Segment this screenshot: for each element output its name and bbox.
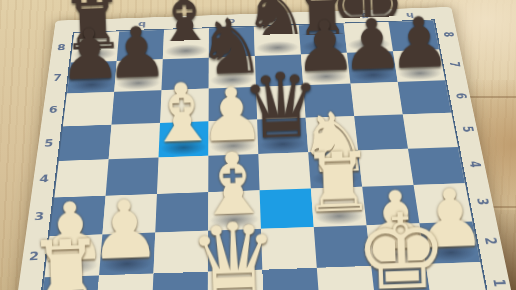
square-h3[interactable] — [414, 183, 473, 223]
square-b1[interactable] — [95, 274, 153, 290]
square-b5[interactable] — [109, 123, 160, 159]
square-b3[interactable] — [102, 194, 157, 234]
square-g4[interactable] — [358, 149, 413, 187]
rank-label-left-1: 1 — [14, 277, 43, 290]
square-d5[interactable]: ♟ — [208, 120, 258, 156]
square-e5[interactable]: ♛ — [257, 118, 308, 154]
piece-shadow — [210, 210, 259, 229]
square-e4[interactable] — [258, 152, 311, 190]
square-c5[interactable]: ♝ — [159, 121, 209, 157]
piece-shadow — [312, 169, 360, 187]
piece-shadow — [210, 137, 256, 154]
piece-shadow — [397, 65, 443, 80]
square-g3[interactable] — [362, 185, 419, 225]
piece-shadow — [260, 136, 306, 153]
square-a4[interactable] — [54, 159, 108, 197]
square-c7[interactable] — [161, 58, 208, 91]
square-g7[interactable]: ♟ — [347, 51, 398, 83]
piece-shadow — [69, 77, 114, 92]
piece-shadow — [101, 254, 152, 274]
square-e6[interactable] — [256, 85, 306, 119]
square-d8[interactable] — [209, 27, 255, 58]
piece-shadow — [302, 39, 345, 54]
square-d7[interactable]: ♞ — [209, 56, 256, 89]
square-b4[interactable] — [106, 157, 159, 195]
square-h8[interactable] — [389, 20, 440, 51]
square-e8[interactable]: ♞ — [254, 25, 301, 56]
square-c3[interactable] — [155, 192, 208, 232]
piece-shadow — [304, 69, 348, 84]
square-h5[interactable] — [403, 113, 458, 149]
square-d3[interactable]: ♝ — [208, 190, 261, 230]
square-f3[interactable]: ♜ — [311, 187, 367, 227]
piece-shadow — [161, 139, 207, 156]
square-c4[interactable] — [157, 156, 208, 194]
square-a3[interactable] — [50, 196, 106, 237]
board-tilt-wrapper: ♜♝♞♜♚♟♟♞♟♟♟♝♟♛♞♝♜♟♟♟♟♜♛♚ 887766554433221… — [0, 0, 516, 290]
square-b6[interactable] — [111, 90, 161, 124]
piece-shadow — [211, 72, 254, 87]
piece-shadow — [165, 43, 207, 58]
square-b7[interactable]: ♟ — [114, 59, 163, 92]
square-c6[interactable] — [160, 89, 209, 123]
piece-shadow — [425, 242, 478, 262]
square-f5[interactable] — [306, 116, 358, 152]
piece-shadow — [376, 286, 430, 290]
chess-app-screenshot: ♜♝♞♜♚♟♟♞♟♟♟♝♟♛♞♝♜♟♟♟♟♜♛♚ 887766554433221… — [0, 0, 516, 290]
board-grid: ♜♝♞♜♚♟♟♞♟♟♟♝♟♛♞♝♜♟♟♟♟♜♛♚ — [37, 19, 491, 290]
square-a8[interactable]: ♜ — [71, 31, 119, 62]
square-a6[interactable] — [63, 92, 114, 126]
square-c1[interactable] — [152, 272, 208, 290]
piece-shadow — [47, 256, 99, 276]
square-e3[interactable] — [260, 189, 314, 229]
square-d6[interactable] — [209, 87, 258, 121]
square-h1[interactable] — [426, 262, 489, 290]
square-f7[interactable]: ♟ — [301, 53, 351, 85]
square-a5[interactable] — [59, 125, 112, 161]
square-g1[interactable]: ♚ — [371, 264, 432, 290]
square-f8[interactable]: ♜ — [299, 24, 347, 55]
square-c8[interactable]: ♝ — [163, 28, 209, 59]
square-b2[interactable]: ♟ — [99, 233, 155, 276]
square-d4[interactable] — [208, 154, 259, 192]
square-d2[interactable] — [208, 229, 262, 272]
square-h7[interactable]: ♟ — [393, 50, 445, 82]
board-coordinate-labels: 8877665544332211abcdefgh — [56, 7, 452, 21]
piece-shadow — [116, 75, 160, 90]
square-f1[interactable] — [317, 266, 376, 290]
square-e1[interactable] — [262, 268, 320, 290]
square-g8[interactable]: ♚ — [344, 22, 393, 53]
square-f6[interactable] — [303, 84, 354, 118]
square-b8[interactable] — [117, 30, 164, 61]
square-e7[interactable] — [255, 54, 303, 87]
piece-shadow — [347, 37, 391, 52]
piece-shadow — [73, 47, 116, 62]
square-f2[interactable] — [314, 225, 371, 268]
square-h6[interactable] — [398, 80, 452, 114]
piece-shadow — [314, 207, 364, 226]
piece-shadow — [256, 40, 299, 55]
square-g2[interactable]: ♟ — [367, 223, 426, 266]
square-c2[interactable] — [153, 231, 208, 274]
square-d1[interactable]: ♛ — [208, 270, 264, 290]
board-3d-scene: ♜♝♞♜♚♟♟♞♟♟♟♝♟♛♞♝♜♟♟♟♟♜♛♚ 887766554433221… — [0, 0, 516, 290]
square-h4[interactable] — [408, 147, 465, 185]
square-a7[interactable]: ♟ — [67, 61, 117, 94]
piece-shadow — [371, 244, 423, 264]
square-g6[interactable] — [350, 82, 402, 116]
square-e2[interactable] — [261, 227, 317, 270]
square-a2[interactable]: ♟ — [45, 234, 103, 277]
square-a1[interactable]: ♜ — [39, 275, 99, 290]
square-g5[interactable] — [354, 114, 408, 150]
chess-board: ♜♝♞♜♚♟♟♞♟♟♟♝♟♛♞♝♜♟♟♟♟♜♛♚ 887766554433221… — [11, 7, 516, 290]
square-f4[interactable]: ♞ — [308, 150, 362, 188]
piece-shadow — [351, 67, 396, 82]
square-h2[interactable]: ♟ — [419, 221, 480, 264]
